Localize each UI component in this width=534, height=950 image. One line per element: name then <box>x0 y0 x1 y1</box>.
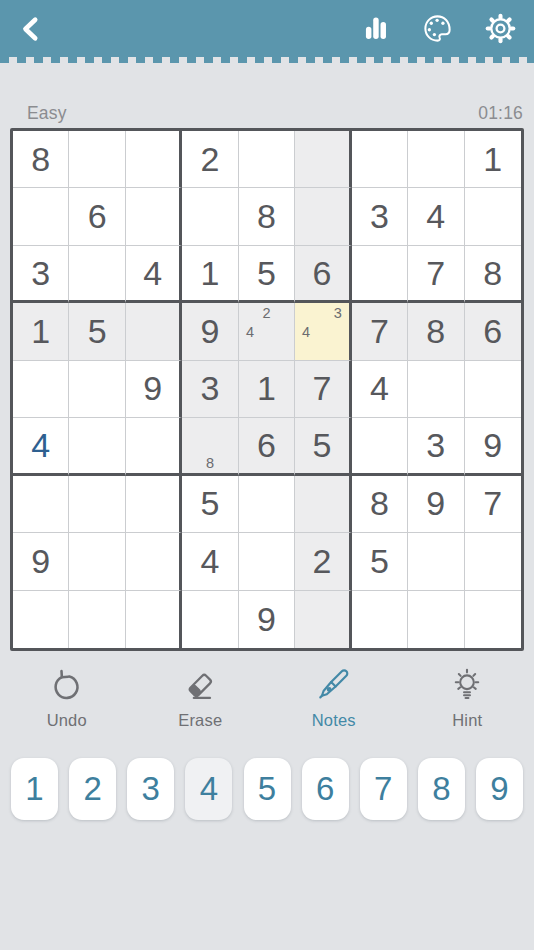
cell-r3c4[interactable]: 1 <box>182 246 238 303</box>
numpad: 123456789 <box>0 758 534 820</box>
cell-r8c3[interactable] <box>126 533 182 590</box>
cell-r2c7[interactable]: 3 <box>352 188 408 245</box>
cell-r9c4[interactable] <box>182 591 238 648</box>
cell-r7c3[interactable] <box>126 476 182 533</box>
given-digit: 9 <box>201 312 220 351</box>
cell-r5c9[interactable] <box>465 361 521 418</box>
pen-icon <box>315 667 353 707</box>
toolbar: Undo Erase <box>0 667 534 730</box>
pencil-notes: 8 <box>185 419 234 471</box>
cell-r2c6[interactable] <box>295 188 351 245</box>
note-digit: 2 <box>258 304 274 322</box>
numpad-key-2[interactable]: 2 <box>69 758 116 820</box>
cell-r1c6[interactable] <box>295 131 351 188</box>
cell-r3c5[interactable]: 5 <box>239 246 295 303</box>
cell-r8c4[interactable]: 4 <box>182 533 238 590</box>
sudoku-app: Easy 01:16 82168343415678159243478693174… <box>0 0 534 950</box>
cell-r4c7[interactable]: 7 <box>352 303 408 360</box>
cell-r4c1[interactable]: 1 <box>13 303 69 360</box>
given-digit: 7 <box>426 254 445 293</box>
cell-r9c7[interactable] <box>352 591 408 648</box>
timer: 01:16 <box>478 103 523 124</box>
theme-button[interactable] <box>421 12 454 45</box>
numpad-key-5[interactable]: 5 <box>244 758 291 820</box>
given-digit: 3 <box>201 369 220 408</box>
given-digit: 4 <box>370 369 389 408</box>
given-digit: 7 <box>370 312 389 351</box>
given-digit: 4 <box>201 542 220 581</box>
erase-button[interactable]: Erase <box>134 667 268 730</box>
cell-r7c4[interactable]: 5 <box>182 476 238 533</box>
cell-r7c1[interactable] <box>13 476 69 533</box>
cell-r7c7[interactable]: 8 <box>352 476 408 533</box>
given-digit: 8 <box>370 484 389 523</box>
cell-r5c2[interactable] <box>69 361 125 418</box>
statistics-button[interactable] <box>360 13 391 44</box>
cell-r9c9[interactable] <box>465 591 521 648</box>
cell-r1c5[interactable] <box>239 131 295 188</box>
cell-r9c8[interactable] <box>408 591 464 648</box>
cell-r4c8[interactable]: 8 <box>408 303 464 360</box>
numpad-key-9[interactable]: 9 <box>476 758 523 820</box>
cell-r1c7[interactable] <box>352 131 408 188</box>
cell-r4c6[interactable]: 34 <box>295 303 351 360</box>
given-digit: 7 <box>483 484 502 523</box>
given-digit: 8 <box>483 254 502 293</box>
cell-r3c6[interactable]: 6 <box>295 246 351 303</box>
cell-r1c1[interactable]: 8 <box>13 131 69 188</box>
note-digit: 4 <box>242 322 258 340</box>
numpad-key-4[interactable]: 4 <box>185 758 232 820</box>
cell-r2c9[interactable] <box>465 188 521 245</box>
cell-r8c7[interactable]: 5 <box>352 533 408 590</box>
erase-label: Erase <box>178 711 222 730</box>
given-digit: 4 <box>143 254 162 293</box>
cell-r6c7[interactable] <box>352 418 408 475</box>
cell-r4c3[interactable] <box>126 303 182 360</box>
given-digit: 5 <box>88 312 107 351</box>
given-digit: 6 <box>88 197 107 236</box>
cell-r1c9[interactable]: 1 <box>465 131 521 188</box>
given-digit: 3 <box>426 426 445 465</box>
given-digit: 1 <box>483 140 502 179</box>
given-digit: 5 <box>201 484 220 523</box>
given-digit: 4 <box>426 197 445 236</box>
header <box>0 0 534 57</box>
cell-r5c7[interactable]: 4 <box>352 361 408 418</box>
cell-r6c1[interactable]: 4 <box>13 418 69 475</box>
cell-r3c3[interactable]: 4 <box>126 246 182 303</box>
cell-r4c2[interactable]: 5 <box>69 303 125 360</box>
cell-r1c4[interactable]: 2 <box>182 131 238 188</box>
cell-r6c5[interactable]: 6 <box>239 418 295 475</box>
cell-r7c6[interactable] <box>295 476 351 533</box>
cell-r3c2[interactable] <box>69 246 125 303</box>
notes-button[interactable]: Notes <box>267 667 401 730</box>
cell-r8c9[interactable] <box>465 533 521 590</box>
cell-r6c9[interactable]: 9 <box>465 418 521 475</box>
given-digit: 9 <box>426 484 445 523</box>
numpad-key-1[interactable]: 1 <box>11 758 58 820</box>
status-bar: Easy 01:16 <box>0 102 534 124</box>
note-digit: 8 <box>202 454 218 471</box>
notes-label: Notes <box>312 711 356 730</box>
eraser-icon <box>181 667 219 707</box>
cell-r3c8[interactable]: 7 <box>408 246 464 303</box>
cell-r9c6[interactable] <box>295 591 351 648</box>
cell-r7c9[interactable]: 7 <box>465 476 521 533</box>
header-dashed-edge <box>0 57 534 63</box>
given-digit: 1 <box>257 369 276 408</box>
lightbulb-icon <box>448 667 486 707</box>
given-digit: 9 <box>143 369 162 408</box>
cell-r5c5[interactable]: 1 <box>239 361 295 418</box>
cell-r8c6[interactable]: 2 <box>295 533 351 590</box>
cell-r8c5[interactable] <box>239 533 295 590</box>
cell-r5c6[interactable]: 7 <box>295 361 351 418</box>
cell-r8c1[interactable]: 9 <box>13 533 69 590</box>
cell-r7c2[interactable] <box>69 476 125 533</box>
cell-r3c9[interactable]: 8 <box>465 246 521 303</box>
numpad-key-8[interactable]: 8 <box>418 758 465 820</box>
given-digit: 8 <box>31 140 50 179</box>
cell-r7c5[interactable] <box>239 476 295 533</box>
pencil-notes: 34 <box>298 304 345 358</box>
hint-label: Hint <box>452 711 482 730</box>
undo-button[interactable]: Undo <box>0 667 134 730</box>
cell-r5c4[interactable]: 3 <box>182 361 238 418</box>
difficulty-label: Easy <box>27 103 67 124</box>
numpad-key-6[interactable]: 6 <box>302 758 349 820</box>
cell-r9c2[interactable] <box>69 591 125 648</box>
cell-r6c3[interactable] <box>126 418 182 475</box>
given-digit: 2 <box>312 542 331 581</box>
cell-r7c8[interactable]: 9 <box>408 476 464 533</box>
given-digit: 5 <box>370 542 389 581</box>
given-digit: 8 <box>257 197 276 236</box>
cell-r2c4[interactable] <box>182 188 238 245</box>
hint-button[interactable]: Hint <box>401 667 534 730</box>
given-digit: 1 <box>31 312 50 351</box>
note-digit: 3 <box>330 304 346 322</box>
cell-r2c8[interactable]: 4 <box>408 188 464 245</box>
cell-r6c8[interactable]: 3 <box>408 418 464 475</box>
numpad-key-7[interactable]: 7 <box>360 758 407 820</box>
given-digit: 2 <box>201 140 220 179</box>
given-digit: 3 <box>31 254 50 293</box>
given-digit: 9 <box>483 426 502 465</box>
given-digit: 6 <box>483 312 502 351</box>
cell-r8c2[interactable] <box>69 533 125 590</box>
gear-icon <box>484 12 517 45</box>
settings-button[interactable] <box>484 12 517 45</box>
palette-icon <box>421 12 454 45</box>
user-digit: 4 <box>31 426 50 465</box>
given-digit: 3 <box>370 197 389 236</box>
back-icon <box>18 16 44 42</box>
sudoku-board: 8216834341567815924347869317448653958979… <box>10 128 524 651</box>
given-digit: 9 <box>257 600 276 639</box>
given-digit: 6 <box>312 254 331 293</box>
cell-r6c4[interactable]: 8 <box>182 418 238 475</box>
undo-label: Undo <box>47 711 87 730</box>
given-digit: 1 <box>201 254 220 293</box>
given-digit: 6 <box>257 426 276 465</box>
cell-r1c3[interactable] <box>126 131 182 188</box>
given-digit: 5 <box>312 426 331 465</box>
pencil-notes: 24 <box>242 304 291 358</box>
undo-icon <box>48 667 86 707</box>
cell-r3c7[interactable] <box>352 246 408 303</box>
note-digit: 4 <box>298 322 314 340</box>
cell-r5c8[interactable] <box>408 361 464 418</box>
cell-r4c5[interactable]: 24 <box>239 303 295 360</box>
bar-chart-icon <box>360 13 391 44</box>
given-digit: 5 <box>257 254 276 293</box>
cell-r5c3[interactable]: 9 <box>126 361 182 418</box>
cell-r8c8[interactable] <box>408 533 464 590</box>
cell-r9c1[interactable] <box>13 591 69 648</box>
given-digit: 9 <box>31 542 50 581</box>
cell-r6c6[interactable]: 5 <box>295 418 351 475</box>
cell-r5c1[interactable] <box>13 361 69 418</box>
cell-r2c1[interactable] <box>13 188 69 245</box>
cell-r9c3[interactable] <box>126 591 182 648</box>
cell-r2c3[interactable] <box>126 188 182 245</box>
back-button[interactable] <box>18 16 44 42</box>
cell-r2c5[interactable]: 8 <box>239 188 295 245</box>
cell-r3c1[interactable]: 3 <box>13 246 69 303</box>
cell-r1c2[interactable] <box>69 131 125 188</box>
cell-r4c4[interactable]: 9 <box>182 303 238 360</box>
numpad-key-3[interactable]: 3 <box>127 758 174 820</box>
given-digit: 7 <box>312 369 331 408</box>
cell-r2c2[interactable]: 6 <box>69 188 125 245</box>
cell-r1c8[interactable] <box>408 131 464 188</box>
given-digit: 8 <box>426 312 445 351</box>
cell-r9c5[interactable]: 9 <box>239 591 295 648</box>
cell-r4c9[interactable]: 6 <box>465 303 521 360</box>
cell-r6c2[interactable] <box>69 418 125 475</box>
